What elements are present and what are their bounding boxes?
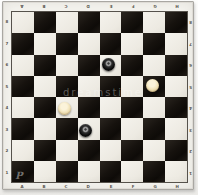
rank-labels-left: 87654321 (3, 11, 11, 183)
file-top-label-F: F (127, 4, 138, 9)
rank-left-label-7: 7 (5, 38, 9, 49)
square-b1 (34, 161, 56, 182)
square-c3 (56, 118, 78, 139)
square-h6 (165, 55, 187, 76)
file-bottom-label-G: G (149, 185, 160, 188)
rank-right-label-2: 2 (189, 145, 192, 156)
square-d8 (78, 12, 100, 33)
square-e8 (100, 12, 122, 33)
square-f1 (121, 161, 143, 182)
file-bottom-label-F: F (127, 185, 138, 188)
square-a2 (12, 140, 34, 161)
rank-right-label-8: 8 (189, 16, 192, 27)
square-b6 (34, 55, 56, 76)
square-e6 (100, 55, 122, 76)
file-bottom-label-D: D (83, 185, 94, 188)
square-e5 (100, 76, 122, 97)
square-e1 (100, 161, 122, 182)
square-f6 (121, 55, 143, 76)
file-labels-top: ABCDEFGH (11, 2, 188, 11)
file-bottom-label-A: A (17, 185, 28, 188)
square-f2 (121, 140, 143, 161)
square-g6 (143, 55, 165, 76)
square-f4 (121, 97, 143, 118)
file-top-label-C: C (61, 4, 72, 9)
square-c1 (56, 161, 78, 182)
square-g4 (143, 97, 165, 118)
square-g5 (143, 76, 165, 97)
square-a6 (12, 55, 34, 76)
square-d7 (78, 33, 100, 54)
square-g7 (143, 33, 165, 54)
square-b4 (34, 97, 56, 118)
square-d6 (78, 55, 100, 76)
rank-left-label-2: 2 (5, 145, 9, 156)
square-b3 (34, 118, 56, 139)
photo-canvas: ABCDEFGH ABCDEFGH 87654321 87654321 P dr… (0, 0, 198, 195)
checker-piece-white-g5 (146, 79, 159, 92)
file-bottom-label-H: H (171, 185, 182, 188)
file-top-label-H: H (171, 4, 182, 9)
square-h7 (165, 33, 187, 54)
square-d3 (78, 118, 100, 139)
file-top-label-A: A (17, 4, 28, 9)
square-d4 (78, 97, 100, 118)
checker-piece-black-e6 (102, 58, 115, 71)
square-c6 (56, 55, 78, 76)
square-h8 (165, 12, 187, 33)
square-e2 (100, 140, 122, 161)
rank-left-label-3: 3 (5, 124, 9, 135)
file-bottom-label-C: C (61, 185, 72, 188)
rank-labels-right: 87654321 (188, 11, 193, 183)
file-top-label-D: D (83, 4, 94, 9)
file-top-label-G: G (149, 4, 160, 9)
checker-piece-white-c4 (58, 102, 71, 115)
square-d1 (78, 161, 100, 182)
square-c5 (56, 76, 78, 97)
square-h2 (165, 140, 187, 161)
square-c4 (56, 97, 78, 118)
rank-left-label-1: 1 (5, 167, 9, 178)
square-c7 (56, 33, 78, 54)
file-bottom-label-B: B (39, 185, 50, 188)
square-g8 (143, 12, 165, 33)
square-f8 (121, 12, 143, 33)
square-b5 (34, 76, 56, 97)
rank-left-label-6: 6 (5, 59, 9, 70)
square-a7 (12, 33, 34, 54)
file-labels-bottom: ABCDEFGH (11, 183, 188, 189)
square-g1 (143, 161, 165, 182)
square-b8 (34, 12, 56, 33)
square-c2 (56, 140, 78, 161)
square-a1: P (12, 161, 34, 182)
square-f5 (121, 76, 143, 97)
board-maker-logo: P (15, 170, 23, 181)
square-e4 (100, 97, 122, 118)
square-h5 (165, 76, 187, 97)
square-b2 (34, 140, 56, 161)
chessboard: ABCDEFGH ABCDEFGH 87654321 87654321 P dr… (2, 1, 194, 190)
square-a4 (12, 97, 34, 118)
rank-right-label-3: 3 (189, 124, 192, 135)
rank-left-label-4: 4 (5, 102, 9, 113)
rank-right-label-4: 4 (189, 102, 192, 113)
square-h4 (165, 97, 187, 118)
rank-left-label-8: 8 (5, 16, 9, 27)
square-a8 (12, 12, 34, 33)
square-d2 (78, 140, 100, 161)
square-a3 (12, 118, 34, 139)
file-bottom-label-E: E (105, 185, 116, 188)
checker-piece-black-d3 (79, 124, 92, 137)
square-g3 (143, 118, 165, 139)
rank-right-label-5: 5 (189, 81, 192, 92)
square-c8 (56, 12, 78, 33)
rank-right-label-7: 7 (189, 38, 192, 49)
square-f3 (121, 118, 143, 139)
square-d5 (78, 76, 100, 97)
square-e7 (100, 33, 122, 54)
square-f7 (121, 33, 143, 54)
square-e3 (100, 118, 122, 139)
rank-right-label-1: 1 (189, 167, 192, 178)
rank-left-label-5: 5 (5, 81, 9, 92)
square-h1 (165, 161, 187, 182)
file-top-label-E: E (105, 4, 116, 9)
file-top-label-B: B (39, 4, 50, 9)
playing-area: P (11, 11, 188, 183)
rank-right-label-6: 6 (189, 59, 192, 70)
square-h3 (165, 118, 187, 139)
square-b7 (34, 33, 56, 54)
square-g2 (143, 140, 165, 161)
square-a5 (12, 76, 34, 97)
